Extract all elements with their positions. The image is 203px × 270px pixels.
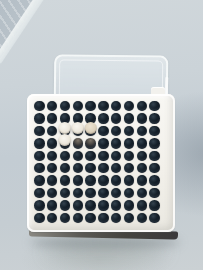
well bbox=[149, 213, 160, 224]
grid-cell-r1c9 bbox=[135, 100, 148, 112]
well bbox=[85, 188, 96, 199]
grid-cell-r3c9 bbox=[135, 125, 148, 137]
well bbox=[137, 113, 148, 124]
grid-cell-r6c6 bbox=[97, 162, 110, 174]
well bbox=[111, 163, 122, 174]
well bbox=[137, 175, 148, 186]
grid-cell-r5c4 bbox=[71, 150, 84, 162]
grid-cell-r5c8 bbox=[123, 150, 136, 162]
grid-cell-r2c10 bbox=[148, 112, 161, 124]
grid-cell-r5c1 bbox=[33, 150, 46, 162]
grid-cell-r1c10 bbox=[148, 100, 161, 112]
well bbox=[137, 213, 148, 224]
well bbox=[149, 113, 160, 124]
well bbox=[73, 188, 84, 199]
grid-cell-r10c2 bbox=[46, 212, 59, 224]
shadowed-well bbox=[85, 138, 96, 149]
grid-cell-r7c4 bbox=[71, 174, 84, 186]
well bbox=[60, 151, 71, 162]
grid-cell-r7c10 bbox=[148, 174, 161, 186]
grid-cell-r8c10 bbox=[148, 187, 161, 199]
grid-cell-r10c1 bbox=[33, 212, 46, 224]
tan-tube-cap bbox=[84, 122, 97, 134]
well bbox=[47, 200, 58, 211]
well bbox=[60, 101, 71, 112]
grid-cell-r10c10 bbox=[148, 212, 161, 224]
well bbox=[47, 113, 58, 124]
lid-edge-highlight bbox=[165, 77, 169, 95]
grid-cell-r6c7 bbox=[110, 162, 123, 174]
grid-cell-r1c1 bbox=[33, 100, 46, 112]
well bbox=[137, 126, 148, 137]
grid-cell-r3c1 bbox=[33, 125, 46, 137]
grid-cell-r9c1 bbox=[33, 199, 46, 211]
grid-cell-r8c4 bbox=[71, 187, 84, 199]
well-grid bbox=[33, 100, 161, 224]
well bbox=[85, 175, 96, 186]
well bbox=[47, 175, 58, 186]
well bbox=[149, 151, 160, 162]
well bbox=[124, 200, 135, 211]
grid-cell-r9c6 bbox=[97, 199, 110, 211]
grid-cell-r4c5 bbox=[84, 137, 97, 149]
grid-cell-r4c4 bbox=[71, 137, 84, 149]
grid-cell-r7c9 bbox=[135, 174, 148, 186]
grid-cell-r2c8 bbox=[123, 112, 136, 124]
grid-cell-r4c10 bbox=[148, 137, 161, 149]
well bbox=[137, 200, 148, 211]
well bbox=[149, 200, 160, 211]
well bbox=[98, 138, 109, 149]
grid-cell-r4c3 bbox=[59, 137, 72, 149]
well bbox=[47, 101, 58, 112]
white-tube-cap bbox=[59, 122, 72, 134]
grid-cell-r9c3 bbox=[59, 199, 72, 211]
shadowed-well bbox=[73, 138, 84, 149]
well bbox=[73, 175, 84, 186]
grid-cell-r9c4 bbox=[71, 199, 84, 211]
well bbox=[47, 151, 58, 162]
grid-cell-r2c2 bbox=[46, 112, 59, 124]
well bbox=[124, 163, 135, 174]
well bbox=[60, 200, 71, 211]
well bbox=[137, 151, 148, 162]
well bbox=[149, 163, 160, 174]
grid-cell-r6c8 bbox=[123, 162, 136, 174]
grid-cell-r4c2 bbox=[46, 137, 59, 149]
grid-cell-r5c9 bbox=[135, 150, 148, 162]
grid-cell-r6c4 bbox=[71, 162, 84, 174]
grid-cell-r2c1 bbox=[33, 112, 46, 124]
well bbox=[111, 138, 122, 149]
well bbox=[60, 213, 71, 224]
well bbox=[137, 138, 148, 149]
well bbox=[34, 113, 45, 124]
grid-cell-r1c4 bbox=[71, 100, 84, 112]
well bbox=[85, 213, 96, 224]
well bbox=[85, 163, 96, 174]
grid-cell-r8c9 bbox=[135, 187, 148, 199]
grid-cell-r3c6 bbox=[97, 125, 110, 137]
well bbox=[137, 101, 148, 112]
well bbox=[149, 188, 160, 199]
well bbox=[34, 213, 45, 224]
grid-cell-r4c6 bbox=[97, 137, 110, 149]
grid-cell-r3c2 bbox=[46, 125, 59, 137]
well bbox=[111, 151, 122, 162]
grid-cell-r5c5 bbox=[84, 150, 97, 162]
well bbox=[73, 200, 84, 211]
grid-cell-r10c4 bbox=[71, 212, 84, 224]
well bbox=[34, 175, 45, 186]
well bbox=[149, 138, 160, 149]
well bbox=[34, 151, 45, 162]
white-tube-cap bbox=[72, 122, 85, 134]
well bbox=[137, 163, 148, 174]
well bbox=[47, 213, 58, 224]
well bbox=[34, 200, 45, 211]
grid-cell-r1c5 bbox=[84, 100, 97, 112]
well bbox=[111, 113, 122, 124]
grid-cell-r4c9 bbox=[135, 137, 148, 149]
grid-cell-r2c7 bbox=[110, 112, 123, 124]
well bbox=[98, 200, 109, 211]
well bbox=[34, 126, 45, 137]
well bbox=[47, 188, 58, 199]
well bbox=[47, 126, 58, 137]
well bbox=[34, 138, 45, 149]
well bbox=[149, 175, 160, 186]
grid-cell-r7c1 bbox=[33, 174, 46, 186]
grid-cell-r3c7 bbox=[110, 125, 123, 137]
grid-cell-r7c6 bbox=[97, 174, 110, 186]
well bbox=[111, 188, 122, 199]
well bbox=[98, 126, 109, 137]
well bbox=[124, 188, 135, 199]
grid-cell-r6c9 bbox=[135, 162, 148, 174]
well bbox=[124, 213, 135, 224]
well bbox=[149, 126, 160, 137]
grid-cell-r4c8 bbox=[123, 137, 136, 149]
well bbox=[98, 113, 109, 124]
well bbox=[47, 163, 58, 174]
well bbox=[60, 175, 71, 186]
well bbox=[124, 126, 135, 137]
grid-cell-r7c3 bbox=[59, 174, 72, 186]
well bbox=[124, 101, 135, 112]
well bbox=[98, 101, 109, 112]
well bbox=[60, 163, 71, 174]
grid-cell-r5c6 bbox=[97, 150, 110, 162]
grid-cell-r3c4 bbox=[71, 125, 84, 137]
grid-cell-r10c6 bbox=[97, 212, 110, 224]
grid-cell-r4c7 bbox=[110, 137, 123, 149]
well bbox=[73, 163, 84, 174]
grid-cell-r7c8 bbox=[123, 174, 136, 186]
grid-cell-r8c5 bbox=[84, 187, 97, 199]
grid-cell-r6c2 bbox=[46, 162, 59, 174]
well bbox=[98, 188, 109, 199]
grid-cell-r8c8 bbox=[123, 187, 136, 199]
well bbox=[98, 175, 109, 186]
grid-cell-r7c7 bbox=[110, 174, 123, 186]
grid-cell-r10c5 bbox=[84, 212, 97, 224]
well bbox=[60, 188, 71, 199]
grid-cell-r8c1 bbox=[33, 187, 46, 199]
well bbox=[73, 213, 84, 224]
grid-cell-r9c5 bbox=[84, 199, 97, 211]
well bbox=[111, 175, 122, 186]
well bbox=[98, 213, 109, 224]
grid-cell-r6c5 bbox=[84, 162, 97, 174]
storage-box bbox=[27, 94, 175, 232]
well bbox=[137, 188, 148, 199]
well bbox=[111, 101, 122, 112]
well bbox=[124, 175, 135, 186]
well bbox=[47, 138, 58, 149]
grid-cell-r1c2 bbox=[46, 100, 59, 112]
grid-cell-r1c3 bbox=[59, 100, 72, 112]
grid-cell-r4c1 bbox=[33, 137, 46, 149]
well bbox=[111, 200, 122, 211]
grid-cell-r9c9 bbox=[135, 199, 148, 211]
grid-cell-r5c2 bbox=[46, 150, 59, 162]
well bbox=[85, 200, 96, 211]
grid-cell-r9c10 bbox=[148, 199, 161, 211]
well bbox=[34, 163, 45, 174]
grid-cell-r7c2 bbox=[46, 174, 59, 186]
well bbox=[111, 213, 122, 224]
grid-cell-r10c3 bbox=[59, 212, 72, 224]
grid-cell-r7c5 bbox=[84, 174, 97, 186]
grid-cell-r9c8 bbox=[123, 199, 136, 211]
grid-cell-r1c6 bbox=[97, 100, 110, 112]
well bbox=[34, 188, 45, 199]
well bbox=[124, 151, 135, 162]
photo-scene bbox=[0, 0, 203, 270]
well bbox=[73, 151, 84, 162]
grid-cell-r8c3 bbox=[59, 187, 72, 199]
well bbox=[85, 151, 96, 162]
well bbox=[111, 126, 122, 137]
grid-cell-r3c5 bbox=[84, 125, 97, 137]
grid-cell-r10c8 bbox=[123, 212, 136, 224]
grid-cell-r5c7 bbox=[110, 150, 123, 162]
grid-cell-r2c6 bbox=[97, 112, 110, 124]
well bbox=[149, 101, 160, 112]
grid-cell-r9c7 bbox=[110, 199, 123, 211]
grid-cell-r10c9 bbox=[135, 212, 148, 224]
grid-cell-r3c8 bbox=[123, 125, 136, 137]
grid-cell-r6c1 bbox=[33, 162, 46, 174]
grid-cell-r8c6 bbox=[97, 187, 110, 199]
well bbox=[73, 101, 84, 112]
grid-cell-r1c7 bbox=[110, 100, 123, 112]
well bbox=[124, 113, 135, 124]
grid-cell-r9c2 bbox=[46, 199, 59, 211]
white-tube-cap bbox=[59, 134, 72, 146]
well bbox=[98, 151, 109, 162]
grid-cell-r10c7 bbox=[110, 212, 123, 224]
well bbox=[98, 163, 109, 174]
well bbox=[85, 101, 96, 112]
well bbox=[34, 101, 45, 112]
grid-cell-r8c7 bbox=[110, 187, 123, 199]
grid-cell-r2c9 bbox=[135, 112, 148, 124]
grid-cell-r6c3 bbox=[59, 162, 72, 174]
grid-cell-r8c2 bbox=[46, 187, 59, 199]
grid-cell-r5c3 bbox=[59, 150, 72, 162]
grid-cell-r1c8 bbox=[123, 100, 136, 112]
grid-cell-r5c10 bbox=[148, 150, 161, 162]
well bbox=[124, 138, 135, 149]
grid-cell-r3c10 bbox=[148, 125, 161, 137]
grid-cell-r6c10 bbox=[148, 162, 161, 174]
